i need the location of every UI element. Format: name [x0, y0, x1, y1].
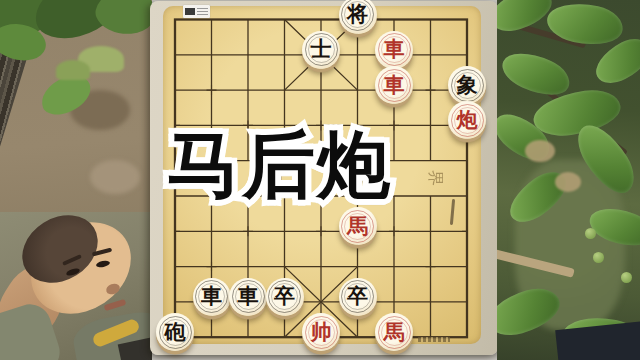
- black-elephant[interactable]: 象: [448, 66, 486, 104]
- piece-glyph: 卒: [274, 285, 295, 306]
- black-soldier[interactable]: 卒: [266, 278, 304, 316]
- red-chariot[interactable]: 車: [375, 66, 413, 104]
- piece-glyph: 馬: [384, 321, 405, 342]
- grass-tuft: [56, 60, 90, 80]
- piece-glyph: 車: [384, 74, 405, 95]
- person-photo: [0, 212, 152, 360]
- caption-text: 马后炮: [167, 122, 392, 207]
- green-fruit: [585, 228, 596, 239]
- leaf-cluster: [92, 0, 152, 40]
- black-general[interactable]: 将: [339, 0, 377, 34]
- red-horse[interactable]: 馬: [339, 207, 377, 245]
- piece-glyph: 車: [384, 38, 405, 59]
- right-scenery: [497, 0, 640, 360]
- red-general[interactable]: 帅: [302, 313, 340, 351]
- red-horse[interactable]: 馬: [375, 313, 413, 351]
- green-fruit: [593, 252, 604, 263]
- black-chariot[interactable]: 車: [193, 278, 231, 316]
- piece-glyph: 車: [238, 285, 259, 306]
- black-advisor[interactable]: 士: [302, 31, 340, 69]
- piece-glyph: 炮: [457, 109, 478, 130]
- green-fruit: [621, 272, 632, 283]
- leaf: [544, 0, 627, 51]
- piece-glyph: 卒: [347, 285, 368, 306]
- red-cannon[interactable]: 炮: [448, 101, 486, 139]
- left-scenery: [0, 0, 152, 360]
- piece-glyph: 将: [347, 3, 368, 24]
- black-soldier[interactable]: 卒: [339, 278, 377, 316]
- piece-glyph: 馬: [347, 215, 368, 236]
- dried-flowers: [555, 172, 581, 192]
- piece-glyph: 士: [311, 38, 332, 59]
- dirt-patch: [90, 160, 140, 194]
- black-cannon[interactable]: 砲: [156, 313, 194, 351]
- video-frame: 楚 河 漢 界 将士車車象炮馬車車卒卒砲帅馬 马后炮 马后炮: [0, 0, 640, 360]
- caption-overlay: 马后炮 马后炮: [167, 128, 392, 201]
- piece-glyph: 砲: [165, 321, 186, 342]
- piece-glyph: 象: [457, 74, 478, 95]
- piece-glyph: 車: [201, 285, 222, 306]
- piece-glyph: 帅: [311, 321, 332, 342]
- dried-flowers: [525, 140, 555, 162]
- red-chariot[interactable]: 車: [375, 31, 413, 69]
- black-chariot[interactable]: 車: [229, 278, 267, 316]
